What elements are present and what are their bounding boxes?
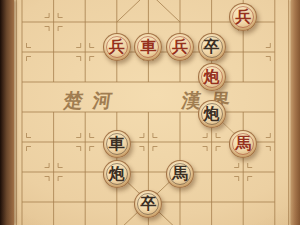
- piece-red-soldier[interactable]: 兵: [103, 33, 131, 61]
- piece-black-chariot[interactable]: 車: [103, 130, 131, 158]
- piece-red-cannon[interactable]: 炮: [198, 63, 226, 91]
- xiangqi-board: 楚河 漢界 兵兵車兵卒炮炮車馬炮馬卒: [0, 0, 300, 225]
- piece-black-cannon[interactable]: 炮: [198, 100, 226, 128]
- piece-red-soldier[interactable]: 兵: [166, 33, 194, 61]
- piece-red-horse[interactable]: 馬: [229, 130, 257, 158]
- piece-black-soldier[interactable]: 卒: [198, 33, 226, 61]
- board-frame-right: [291, 0, 300, 225]
- piece-red-soldier[interactable]: 兵: [229, 3, 257, 31]
- piece-black-cannon[interactable]: 炮: [103, 160, 131, 188]
- river-label-chu-he: 楚河: [62, 89, 123, 111]
- board-frame-left: [0, 0, 14, 225]
- piece-black-horse[interactable]: 馬: [166, 160, 194, 188]
